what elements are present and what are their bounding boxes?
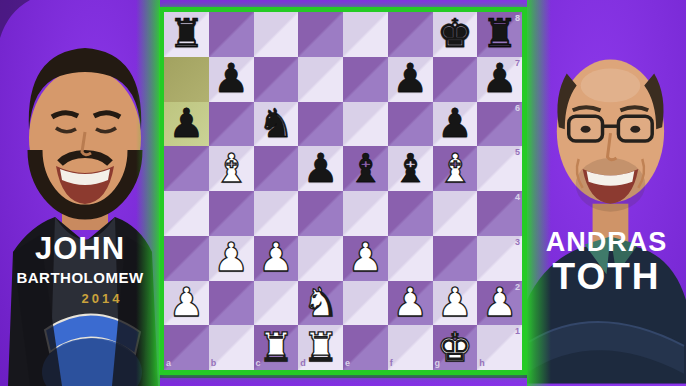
eye: [630, 126, 640, 133]
black-knight: ♞: [258, 103, 294, 143]
square-g3[interactable]: [433, 236, 478, 281]
square-c5[interactable]: [254, 146, 299, 191]
black-king: ♚: [437, 13, 473, 53]
square-a7[interactable]: [164, 57, 209, 102]
square-h3[interactable]: 3: [477, 236, 522, 281]
square-f7[interactable]: ♟: [388, 57, 433, 102]
square-g1[interactable]: ♚g: [433, 325, 478, 370]
chess-board-frame: ♜♚♜8♟♟♟7♟♞♟6♝♟♝♝♝54♟♟♟3♟♞♟♟♟2ab♜c♜def♚gh…: [159, 7, 527, 375]
white-knight: ♞: [303, 282, 339, 322]
square-f6[interactable]: [388, 102, 433, 147]
square-g6[interactable]: ♟: [433, 102, 478, 147]
square-e6[interactable]: [343, 102, 388, 147]
square-d7[interactable]: [298, 57, 343, 102]
black-bishop: ♝: [347, 148, 383, 188]
left-player-portrait: [0, 0, 160, 386]
square-g4[interactable]: [433, 191, 478, 236]
square-e8[interactable]: [343, 12, 388, 57]
square-c8[interactable]: [254, 12, 299, 57]
black-rook: ♜: [482, 13, 518, 53]
black-pawn: ♟: [482, 58, 518, 98]
rank-label-5: 5: [515, 148, 520, 157]
square-b5[interactable]: ♝: [209, 146, 254, 191]
square-h1[interactable]: h1: [477, 325, 522, 370]
rank-label-8: 8: [515, 14, 520, 23]
square-h2[interactable]: ♟2: [477, 281, 522, 326]
eye: [581, 126, 591, 133]
square-b4[interactable]: [209, 191, 254, 236]
square-h5[interactable]: 5: [477, 146, 522, 191]
white-pawn: ♟: [213, 237, 249, 277]
square-a6[interactable]: ♟: [164, 102, 209, 147]
file-label-g: g: [435, 359, 441, 368]
white-pawn: ♟: [258, 237, 294, 277]
left-player-name: JOHN BARTHOLOMEW 2014: [0, 233, 160, 306]
file-label-d: d: [300, 359, 306, 368]
square-c1[interactable]: ♜c: [254, 325, 299, 370]
right-player-last-name: TOTH: [527, 258, 686, 297]
square-c4[interactable]: [254, 191, 299, 236]
white-pawn: ♟: [168, 282, 204, 322]
black-bishop: ♝: [392, 148, 428, 188]
white-bishop: ♝: [437, 148, 473, 188]
rank-label-1: 1: [515, 327, 520, 336]
black-pawn: ♟: [168, 103, 204, 143]
square-f5[interactable]: ♝: [388, 146, 433, 191]
rank-label-7: 7: [515, 59, 520, 68]
square-h8[interactable]: ♜8: [477, 12, 522, 57]
square-a1[interactable]: a: [164, 325, 209, 370]
square-g8[interactable]: ♚: [433, 12, 478, 57]
square-g5[interactable]: ♝: [433, 146, 478, 191]
square-e5[interactable]: ♝: [343, 146, 388, 191]
left-player-last-name: BARTHOLOMEW: [0, 269, 160, 286]
square-h6[interactable]: 6: [477, 102, 522, 147]
white-rook: ♜: [258, 327, 294, 367]
square-h7[interactable]: ♟7: [477, 57, 522, 102]
square-d2[interactable]: ♞: [298, 281, 343, 326]
video-thumbnail[interactable]: JOHN BARTHOLOMEW 2014 ♜♚♜8♟♟♟7♟♞♟6♝♟♝♝♝5…: [0, 0, 686, 386]
square-f4[interactable]: [388, 191, 433, 236]
square-g2[interactable]: ♟: [433, 281, 478, 326]
square-c2[interactable]: [254, 281, 299, 326]
chess-board: ♜♚♜8♟♟♟7♟♞♟6♝♟♝♝♝54♟♟♟3♟♞♟♟♟2ab♜c♜def♚gh…: [164, 12, 522, 370]
square-c3[interactable]: ♟: [254, 236, 299, 281]
white-pawn: ♟: [347, 237, 383, 277]
left-player-first-name: JOHN: [0, 233, 160, 266]
square-b3[interactable]: ♟: [209, 236, 254, 281]
square-a2[interactable]: ♟: [164, 281, 209, 326]
rank-label-4: 4: [515, 193, 520, 202]
black-pawn: ♟: [213, 58, 249, 98]
rank-label-2: 2: [515, 283, 520, 292]
black-pawn: ♟: [392, 58, 428, 98]
square-d1[interactable]: ♜d: [298, 325, 343, 370]
file-label-a: a: [166, 359, 171, 368]
square-c6[interactable]: ♞: [254, 102, 299, 147]
square-b7[interactable]: ♟: [209, 57, 254, 102]
file-label-b: b: [211, 359, 217, 368]
square-f1[interactable]: f: [388, 325, 433, 370]
square-a4[interactable]: [164, 191, 209, 236]
square-c7[interactable]: [254, 57, 299, 102]
right-player-name: ANDRAS TOTH: [527, 228, 686, 297]
square-h4[interactable]: 4: [477, 191, 522, 236]
square-a3[interactable]: [164, 236, 209, 281]
white-rook: ♜: [303, 327, 339, 367]
square-d6[interactable]: [298, 102, 343, 147]
square-e2[interactable]: [343, 281, 388, 326]
square-a8[interactable]: ♜: [164, 12, 209, 57]
square-e7[interactable]: [343, 57, 388, 102]
square-b2[interactable]: [209, 281, 254, 326]
square-d4[interactable]: [298, 191, 343, 236]
square-b6[interactable]: [209, 102, 254, 147]
black-pawn: ♟: [303, 148, 339, 188]
square-e3[interactable]: ♟: [343, 236, 388, 281]
right-player-portrait: [527, 0, 686, 384]
right-player-first-name: ANDRAS: [527, 228, 686, 258]
file-label-c: c: [256, 359, 261, 368]
square-f2[interactable]: ♟: [388, 281, 433, 326]
file-label-h: h: [479, 359, 485, 368]
white-pawn: ♟: [437, 282, 473, 322]
square-d5[interactable]: ♟: [298, 146, 343, 191]
square-b1[interactable]: b: [209, 325, 254, 370]
square-a5[interactable]: [164, 146, 209, 191]
square-f8[interactable]: [388, 12, 433, 57]
square-d8[interactable]: [298, 12, 343, 57]
shirt-year-text: 2014: [22, 291, 160, 306]
left-player-panel: JOHN BARTHOLOMEW 2014: [0, 0, 160, 386]
file-label-f: f: [390, 359, 393, 368]
white-bishop: ♝: [213, 148, 249, 188]
square-f3[interactable]: [388, 236, 433, 281]
right-player-panel: ANDRAS TOTH: [527, 0, 686, 386]
square-e1[interactable]: e: [343, 325, 388, 370]
rank-label-3: 3: [515, 238, 520, 247]
white-pawn: ♟: [482, 282, 518, 322]
white-king: ♚: [437, 327, 473, 367]
file-label-e: e: [345, 359, 350, 368]
black-pawn: ♟: [437, 103, 473, 143]
forehead-shine: [581, 69, 641, 103]
rank-label-6: 6: [515, 104, 520, 113]
square-e4[interactable]: [343, 191, 388, 236]
square-b8[interactable]: [209, 12, 254, 57]
square-g7[interactable]: [433, 57, 478, 102]
white-pawn: ♟: [392, 282, 428, 322]
square-d3[interactable]: [298, 236, 343, 281]
black-rook: ♜: [168, 13, 204, 53]
